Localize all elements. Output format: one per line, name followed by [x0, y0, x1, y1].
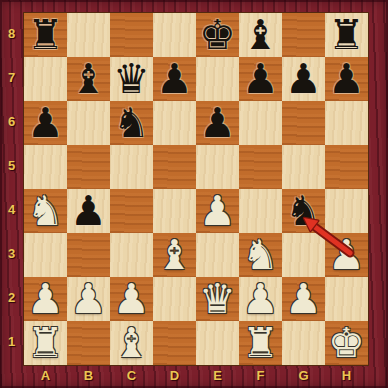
square-e2[interactable]: ♛: [196, 277, 239, 321]
square-h3[interactable]: ♟: [325, 233, 368, 277]
square-h6[interactable]: [325, 101, 368, 145]
square-g4[interactable]: ♞: [282, 189, 325, 233]
square-e1[interactable]: [196, 321, 239, 365]
white-rook-piece[interactable]: ♜: [24, 321, 67, 365]
square-a1[interactable]: ♜: [24, 321, 67, 365]
square-f4[interactable]: [239, 189, 282, 233]
white-queen-piece[interactable]: ♛: [196, 277, 239, 321]
square-d8[interactable]: [153, 13, 196, 57]
rank-label-1: 1: [0, 320, 23, 364]
file-label-a: A: [24, 366, 67, 388]
square-d7[interactable]: ♟: [153, 57, 196, 101]
white-pawn-piece[interactable]: ♟: [67, 277, 110, 321]
rank-label-5: 5: [0, 144, 23, 188]
square-a8[interactable]: ♜: [24, 13, 67, 57]
white-pawn-piece[interactable]: ♟: [282, 277, 325, 321]
square-c5[interactable]: [110, 145, 153, 189]
chess-diagram: ♜♚♝♜♝♛♟♟♟♟♟♞♟♞♟♟♞♝♞♟♟♟♟♛♟♟♜♝♜♚ 87654321A…: [0, 0, 388, 388]
file-label-c: C: [110, 366, 153, 388]
square-c3[interactable]: [110, 233, 153, 277]
file-label-b: B: [67, 366, 110, 388]
square-h5[interactable]: [325, 145, 368, 189]
square-a2[interactable]: ♟: [24, 277, 67, 321]
square-g5[interactable]: [282, 145, 325, 189]
white-pawn-piece[interactable]: ♟: [196, 189, 239, 233]
square-b8[interactable]: [67, 13, 110, 57]
square-e5[interactable]: [196, 145, 239, 189]
white-knight-piece[interactable]: ♞: [239, 233, 282, 277]
square-f3[interactable]: ♞: [239, 233, 282, 277]
square-e4[interactable]: ♟: [196, 189, 239, 233]
square-c7[interactable]: ♛: [110, 57, 153, 101]
square-e8[interactable]: ♚: [196, 13, 239, 57]
square-g2[interactable]: ♟: [282, 277, 325, 321]
square-f2[interactable]: ♟: [239, 277, 282, 321]
white-pawn-piece[interactable]: ♟: [24, 277, 67, 321]
white-pawn-piece[interactable]: ♟: [110, 277, 153, 321]
square-h7[interactable]: ♟: [325, 57, 368, 101]
square-h1[interactable]: ♚: [325, 321, 368, 365]
chess-board[interactable]: ♜♚♝♜♝♛♟♟♟♟♟♞♟♞♟♟♞♝♞♟♟♟♟♛♟♟♜♝♜♚: [23, 12, 369, 366]
file-label-e: E: [196, 366, 239, 388]
square-a4[interactable]: ♞: [24, 189, 67, 233]
square-c4[interactable]: [110, 189, 153, 233]
black-bishop-piece[interactable]: ♝: [239, 13, 282, 57]
file-label-g: G: [282, 366, 325, 388]
square-b7[interactable]: ♝: [67, 57, 110, 101]
black-king-piece[interactable]: ♚: [196, 13, 239, 57]
white-knight-piece[interactable]: ♞: [24, 189, 67, 233]
square-f7[interactable]: ♟: [239, 57, 282, 101]
square-a5[interactable]: [24, 145, 67, 189]
black-pawn-piece[interactable]: ♟: [24, 101, 67, 145]
square-d1[interactable]: [153, 321, 196, 365]
rank-label-2: 2: [0, 276, 23, 320]
black-rook-piece[interactable]: ♜: [325, 13, 368, 57]
rank-label-8: 8: [0, 12, 23, 56]
square-a7[interactable]: [24, 57, 67, 101]
black-pawn-piece[interactable]: ♟: [153, 57, 196, 101]
square-g7[interactable]: ♟: [282, 57, 325, 101]
square-d2[interactable]: [153, 277, 196, 321]
square-c1[interactable]: ♝: [110, 321, 153, 365]
square-g1[interactable]: [282, 321, 325, 365]
black-pawn-piece[interactable]: ♟: [196, 101, 239, 145]
square-f6[interactable]: [239, 101, 282, 145]
square-c2[interactable]: ♟: [110, 277, 153, 321]
square-c6[interactable]: ♞: [110, 101, 153, 145]
black-queen-piece[interactable]: ♛: [110, 57, 153, 101]
square-a6[interactable]: ♟: [24, 101, 67, 145]
square-h2[interactable]: [325, 277, 368, 321]
white-rook-piece[interactable]: ♜: [239, 321, 282, 365]
white-bishop-piece[interactable]: ♝: [110, 321, 153, 365]
black-knight-piece[interactable]: ♞: [110, 101, 153, 145]
black-pawn-piece[interactable]: ♟: [67, 189, 110, 233]
square-d5[interactable]: [153, 145, 196, 189]
file-label-h: H: [325, 366, 368, 388]
square-e6[interactable]: ♟: [196, 101, 239, 145]
white-pawn-piece[interactable]: ♟: [325, 233, 368, 277]
square-d6[interactable]: [153, 101, 196, 145]
black-pawn-piece[interactable]: ♟: [325, 57, 368, 101]
square-d4[interactable]: [153, 189, 196, 233]
square-f8[interactable]: ♝: [239, 13, 282, 57]
black-knight-piece[interactable]: ♞: [282, 189, 325, 233]
white-bishop-piece[interactable]: ♝: [153, 233, 196, 277]
square-d3[interactable]: ♝: [153, 233, 196, 277]
square-h4[interactable]: [325, 189, 368, 233]
rank-label-6: 6: [0, 100, 23, 144]
square-h8[interactable]: ♜: [325, 13, 368, 57]
square-b5[interactable]: [67, 145, 110, 189]
black-bishop-piece[interactable]: ♝: [67, 57, 110, 101]
rank-label-4: 4: [0, 188, 23, 232]
square-b2[interactable]: ♟: [67, 277, 110, 321]
square-c8[interactable]: [110, 13, 153, 57]
square-b6[interactable]: [67, 101, 110, 145]
rank-label-3: 3: [0, 232, 23, 276]
rank-label-7: 7: [0, 56, 23, 100]
square-g6[interactable]: [282, 101, 325, 145]
file-label-d: D: [153, 366, 196, 388]
square-f5[interactable]: [239, 145, 282, 189]
square-g3[interactable]: [282, 233, 325, 277]
square-e7[interactable]: [196, 57, 239, 101]
white-king-piece[interactable]: ♚: [325, 321, 368, 365]
black-pawn-piece[interactable]: ♟: [239, 57, 282, 101]
square-b4[interactable]: ♟: [67, 189, 110, 233]
black-rook-piece[interactable]: ♜: [24, 13, 67, 57]
square-b1[interactable]: [67, 321, 110, 365]
file-label-f: F: [239, 366, 282, 388]
square-f1[interactable]: ♜: [239, 321, 282, 365]
white-pawn-piece[interactable]: ♟: [239, 277, 282, 321]
black-pawn-piece[interactable]: ♟: [282, 57, 325, 101]
square-g8[interactable]: [282, 13, 325, 57]
square-a3[interactable]: [24, 233, 67, 277]
square-e3[interactable]: [196, 233, 239, 277]
square-b3[interactable]: [67, 233, 110, 277]
